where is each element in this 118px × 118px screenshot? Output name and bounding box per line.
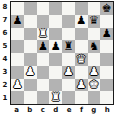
square-d4[interactable] — [49, 53, 62, 66]
square-d1[interactable]: ♜ — [49, 91, 62, 104]
square-f5[interactable] — [75, 40, 88, 53]
square-a5[interactable] — [11, 40, 24, 53]
square-d2[interactable] — [49, 79, 62, 92]
white-rook[interactable]: ♜ — [50, 92, 60, 104]
square-g8[interactable] — [88, 2, 101, 15]
square-d7[interactable] — [49, 15, 62, 28]
white-pawn[interactable]: ♟ — [76, 79, 86, 91]
file-label-a: a — [14, 107, 19, 114]
square-f6[interactable] — [75, 28, 88, 41]
square-e7[interactable] — [62, 15, 75, 28]
square-d8[interactable] — [49, 2, 62, 15]
white-pawn[interactable]: ♟ — [12, 79, 22, 91]
square-g2[interactable]: ♚ — [88, 79, 101, 92]
square-f7[interactable]: ♟ — [75, 15, 88, 28]
black-pawn[interactable]: ♟ — [12, 15, 22, 27]
white-queen[interactable]: ♛ — [76, 54, 86, 66]
square-a1[interactable] — [11, 91, 24, 104]
black-rook[interactable]: ♜ — [63, 41, 73, 53]
square-a8[interactable] — [11, 2, 24, 15]
square-g4[interactable] — [88, 53, 101, 66]
square-a7[interactable]: ♟ — [11, 15, 24, 28]
white-rook[interactable]: ♜ — [38, 28, 48, 40]
rank-label-7: 7 — [3, 17, 8, 24]
square-e3[interactable]: ♟ — [62, 66, 75, 79]
square-b3[interactable]: ♟ — [24, 66, 37, 79]
square-b1[interactable] — [24, 91, 37, 104]
square-b6[interactable] — [24, 28, 37, 41]
square-h2[interactable] — [100, 79, 113, 92]
file-label-b: b — [27, 107, 32, 114]
square-f4[interactable]: ♛ — [75, 53, 88, 66]
square-e5[interactable]: ♜ — [62, 40, 75, 53]
rank-labels: 87654321 — [1, 1, 9, 105]
rank-label-4: 4 — [3, 56, 8, 63]
rank-label-1: 1 — [3, 95, 8, 102]
black-pawn[interactable]: ♟ — [76, 15, 86, 27]
black-knight[interactable]: ♞ — [89, 41, 99, 53]
rank-label-8: 8 — [3, 4, 8, 11]
file-label-c: c — [41, 107, 45, 114]
square-d3[interactable] — [49, 66, 62, 79]
square-e4[interactable] — [62, 53, 75, 66]
black-pawn[interactable]: ♟ — [101, 28, 111, 40]
square-a4[interactable] — [11, 53, 24, 66]
square-c6[interactable]: ♜ — [37, 28, 50, 41]
square-b4[interactable] — [24, 53, 37, 66]
square-a2[interactable]: ♟ — [11, 79, 24, 92]
square-b2[interactable] — [24, 79, 37, 92]
square-h7[interactable] — [100, 15, 113, 28]
rank-label-6: 6 — [3, 30, 8, 37]
black-pawn[interactable]: ♟ — [38, 41, 48, 53]
rank-label-5: 5 — [3, 43, 8, 50]
square-f1[interactable] — [75, 91, 88, 104]
square-g3[interactable]: ♟ — [88, 66, 101, 79]
square-h6[interactable]: ♟ — [100, 28, 113, 41]
square-h4[interactable] — [100, 53, 113, 66]
white-pawn[interactable]: ♟ — [25, 66, 35, 78]
square-f2[interactable]: ♟ — [75, 79, 88, 92]
file-label-g: g — [91, 107, 96, 114]
square-e2[interactable] — [62, 79, 75, 92]
file-label-f: f — [80, 107, 83, 114]
square-c4[interactable] — [37, 53, 50, 66]
square-c8[interactable] — [37, 2, 50, 15]
square-f8[interactable] — [75, 2, 88, 15]
file-label-e: e — [67, 107, 72, 114]
square-g1[interactable] — [88, 91, 101, 104]
square-h8[interactable]: ♚ — [100, 2, 113, 15]
square-a3[interactable] — [11, 66, 24, 79]
square-g6[interactable] — [88, 28, 101, 41]
chess-board: ♚♟♟♛♜♟♟♟♜♞♛♟♟♟♟♟♚♜ — [10, 1, 114, 105]
square-h5[interactable] — [100, 40, 113, 53]
file-label-d: d — [53, 107, 58, 114]
square-c5[interactable]: ♟ — [37, 40, 50, 53]
square-f3[interactable] — [75, 66, 88, 79]
square-d5[interactable]: ♟ — [49, 40, 62, 53]
file-labels: abcdefgh — [10, 105, 114, 116]
square-e8[interactable] — [62, 2, 75, 15]
rank-label-2: 2 — [3, 82, 8, 89]
file-label-h: h — [105, 107, 110, 114]
square-b5[interactable] — [24, 40, 37, 53]
white-pawn[interactable]: ♟ — [89, 66, 99, 78]
square-g5[interactable]: ♞ — [88, 40, 101, 53]
white-king[interactable]: ♚ — [89, 79, 99, 91]
square-h1[interactable] — [100, 91, 113, 104]
black-king[interactable]: ♚ — [101, 3, 111, 15]
square-c3[interactable] — [37, 66, 50, 79]
chess-diagram: 87654321 ♚♟♟♛♜♟♟♟♜♞♛♟♟♟♟♟♚♜ abcdefgh — [0, 0, 118, 118]
black-queen[interactable]: ♛ — [89, 15, 99, 27]
square-c2[interactable] — [37, 79, 50, 92]
square-b7[interactable] — [24, 15, 37, 28]
square-a6[interactable] — [11, 28, 24, 41]
square-c7[interactable] — [37, 15, 50, 28]
square-e6[interactable] — [62, 28, 75, 41]
square-h3[interactable] — [100, 66, 113, 79]
black-pawn[interactable]: ♟ — [50, 41, 60, 53]
square-b8[interactable] — [24, 2, 37, 15]
square-c1[interactable] — [37, 91, 50, 104]
white-pawn[interactable]: ♟ — [63, 66, 73, 78]
square-e1[interactable] — [62, 91, 75, 104]
square-g7[interactable]: ♛ — [88, 15, 101, 28]
rank-label-3: 3 — [3, 69, 8, 76]
square-d6[interactable] — [49, 28, 62, 41]
